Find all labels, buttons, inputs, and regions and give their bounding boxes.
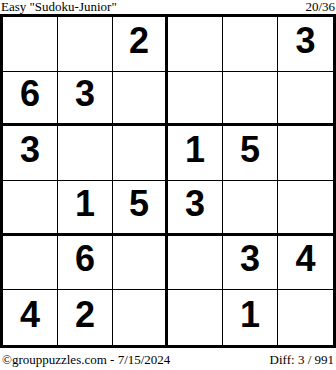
cell-r3c3[interactable] [113,126,168,181]
cell-r1c5[interactable] [223,17,278,72]
cell-r6c4[interactable] [168,290,223,345]
cell-r3c6[interactable] [278,126,333,181]
cell-r3c5: 5 [223,126,278,181]
puzzle-counter: 20/36 [305,0,335,13]
cell-r1c3: 2 [113,17,168,72]
cell-r6c6[interactable] [278,290,333,345]
cell-r3c2[interactable] [58,126,113,181]
cell-r6c5: 1 [223,290,278,345]
puzzle-title: Easy "Sudoku-Junior" [1,0,117,13]
cell-r5c6: 4 [278,236,333,291]
cell-r5c4[interactable] [168,236,223,291]
footer: ©grouppuzzles.com - 7/15/2024 Diff: 3 / … [0,348,336,370]
cell-r4c1[interactable] [3,181,58,236]
cell-r4c4: 3 [168,181,223,236]
cell-r1c4[interactable] [168,17,223,72]
cell-r3c4: 1 [168,126,223,181]
cell-r6c2: 2 [58,290,113,345]
cell-r5c3[interactable] [113,236,168,291]
cell-r4c3: 5 [113,181,168,236]
cell-r3c1: 3 [3,126,58,181]
cell-r2c1: 6 [3,72,58,127]
cell-r1c2[interactable] [58,17,113,72]
sudoku-board: 2363315153634421 [0,14,336,348]
cell-r2c4[interactable] [168,72,223,127]
difficulty-text: Diff: 3 / 991 [270,353,334,366]
cell-r2c3[interactable] [113,72,168,127]
cell-r5c1[interactable] [3,236,58,291]
cell-r4c6[interactable] [278,181,333,236]
cell-r4c2: 1 [58,181,113,236]
cell-r5c5: 3 [223,236,278,291]
header: Easy "Sudoku-Junior" 20/36 [0,0,336,14]
cell-r1c6: 3 [278,17,333,72]
cell-r4c5[interactable] [223,181,278,236]
cell-r2c5[interactable] [223,72,278,127]
cell-r1c1[interactable] [3,17,58,72]
cell-r2c6[interactable] [278,72,333,127]
cell-r5c2: 6 [58,236,113,291]
cell-r6c3[interactable] [113,290,168,345]
copyright-text: ©grouppuzzles.com - 7/15/2024 [2,353,170,366]
cell-r2c2: 3 [58,72,113,127]
cell-r6c1: 4 [3,290,58,345]
